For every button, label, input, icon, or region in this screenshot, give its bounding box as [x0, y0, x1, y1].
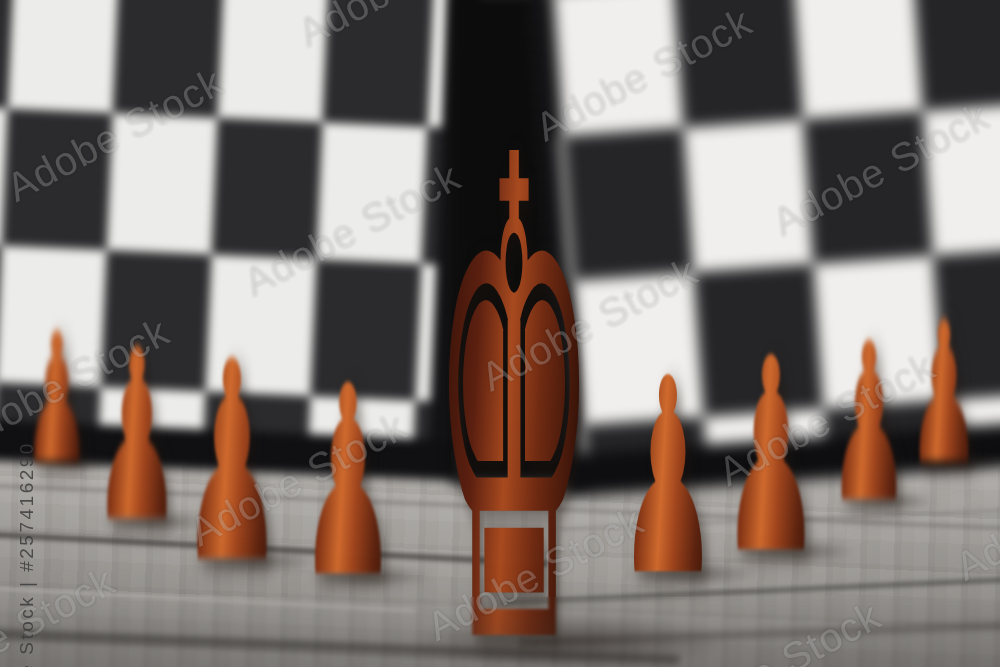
chess-piece-pawn: ♟ [907, 297, 980, 491]
photo-stage: Adobe StockAdobe StockAdobe StockAdobe S… [0, 0, 1000, 667]
chess-piece-pawn: ♟ [93, 319, 182, 555]
chess-piece-pawn: ♟ [828, 315, 910, 533]
chess-piece-pawn: ♟ [617, 343, 719, 613]
chess-piece-king: ♚ [431, 74, 598, 667]
stock-id-watermark: Adobe Stock | #257416290 [16, 441, 38, 667]
chess-piece-pawn: ♟ [299, 352, 398, 614]
chess-piece-pawn: ♟ [180, 326, 284, 601]
chess-piece-pawn: ♟ [721, 323, 822, 590]
